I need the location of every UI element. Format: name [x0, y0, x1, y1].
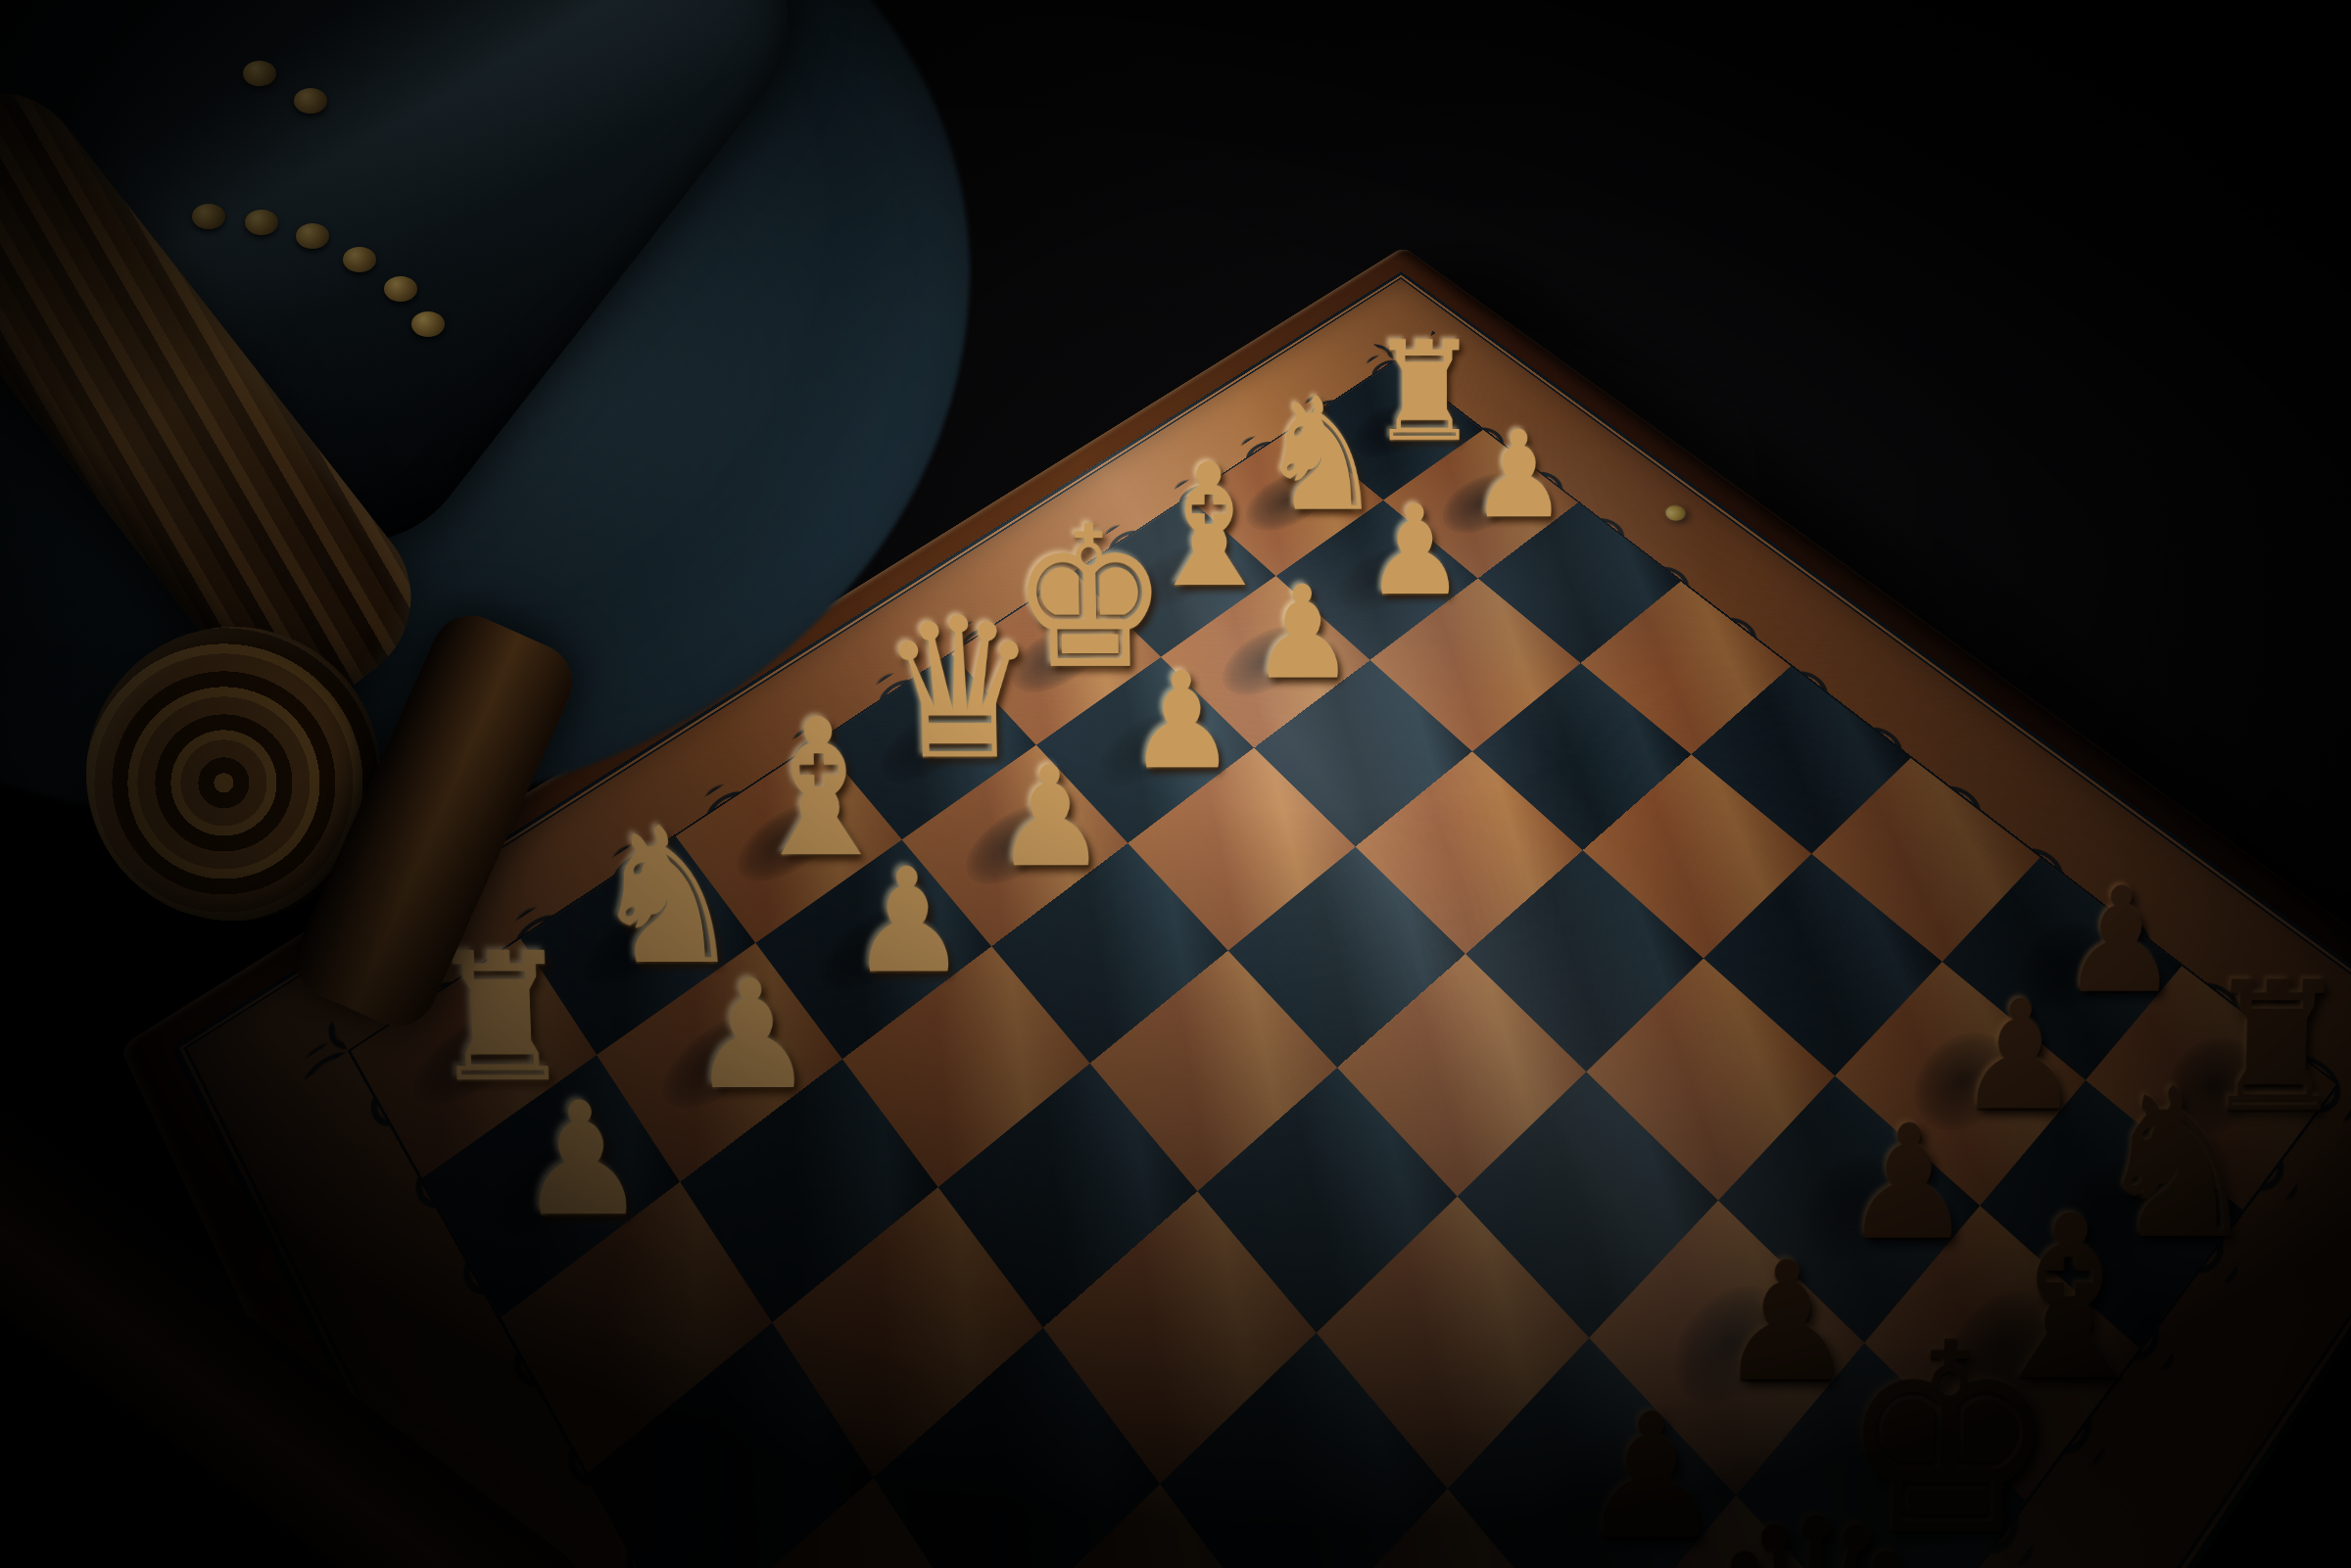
white-pawn-piece[interactable]: ♟	[1365, 492, 1465, 610]
brass-stud	[411, 311, 445, 337]
brass-stud	[294, 88, 327, 114]
black-pawn-piece[interactable]: ♟	[1717, 1245, 1856, 1402]
brass-stud	[296, 223, 329, 249]
brass-stud	[343, 247, 376, 272]
brass-stud	[192, 204, 225, 229]
brass-stud	[243, 61, 276, 86]
brass-stud	[245, 210, 278, 235]
white-pawn-piece[interactable]: ♟	[847, 853, 969, 990]
white-pawn-piece[interactable]: ♟	[514, 1085, 649, 1234]
white-pawn-piece[interactable]: ♟	[688, 964, 815, 1107]
photo-stage: ♜♞♝♛♚♝♞♜♟♟♟♟♟♟♟♟♟♟♟♟♟♟♟♟♜♞♝♛♚♝♞♜	[0, 0, 2351, 1568]
black-pawn-piece[interactable]: ♟	[1843, 1109, 1976, 1259]
black-pawn-piece[interactable]: ♟	[1956, 984, 2084, 1128]
white-rook-piece[interactable]: ♜	[1368, 326, 1479, 456]
square-c6[interactable]	[1160, 1333, 1448, 1568]
brass-border-pin	[1661, 502, 1689, 524]
brass-stud	[384, 276, 417, 302]
white-pawn-piece[interactable]: ♟	[992, 751, 1108, 883]
black-pawn-piece[interactable]: ♟	[1424, 1563, 1578, 1568]
black-queen-piece[interactable]: ♛	[1702, 1491, 1928, 1568]
white-pawn-piece[interactable]: ♟	[1470, 418, 1567, 533]
white-pawn-piece[interactable]: ♟	[1127, 658, 1237, 785]
white-pawn-piece[interactable]: ♟	[1250, 572, 1356, 694]
